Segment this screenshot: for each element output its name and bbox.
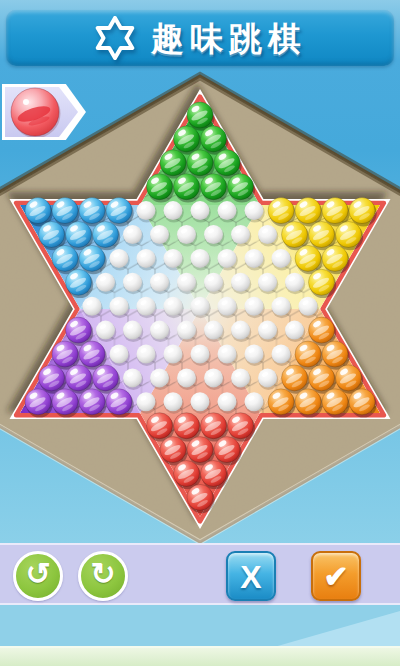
header: 趣味跳棋 — [6, 10, 394, 66]
turn-indicator-panel — [5, 87, 78, 137]
undo-icon: ↺ — [16, 552, 60, 596]
toolbar: ↺ ↻ X ✔ — [0, 543, 400, 605]
red-player-marble — [5, 87, 78, 137]
redo-button[interactable]: ↻ — [78, 551, 128, 601]
app-title: 趣味跳棋 — [151, 22, 307, 55]
confirm-button[interactable]: ✔ — [311, 551, 361, 601]
undo-button[interactable]: ↺ — [13, 551, 63, 601]
bottom-strip-decor — [0, 646, 400, 666]
redo-icon: ↻ — [81, 552, 125, 596]
app-screen: 趣味跳棋 — [0, 0, 400, 666]
cancel-button[interactable]: X — [226, 551, 276, 601]
hexagram-star-icon — [93, 16, 137, 60]
